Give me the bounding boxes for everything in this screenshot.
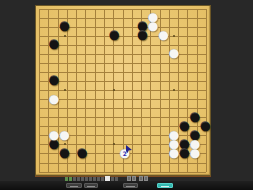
black-stone: ● [77,149,87,158]
black-stone: ● [137,31,147,40]
black-stone: ● [190,113,200,122]
star-point [109,86,119,95]
white-stone: ● [169,49,179,58]
slider-segment[interactable] [73,177,76,181]
slider-segment[interactable] [89,177,92,181]
white-stone: ● [49,131,59,140]
black-stone: ● [179,122,189,131]
star-point [169,86,179,95]
white-stone: ● [148,22,158,31]
white-stone: ● [59,131,69,140]
black-stone: ● [59,22,69,31]
app-background: ●●●●●●●●●●●●●●●●●●●●●●●2●●●●● [0,0,253,190]
star-point [59,86,69,95]
slider-segment[interactable] [69,177,72,181]
star-point [109,140,119,149]
toolbar-button-3[interactable] [123,183,138,188]
star-point [169,31,179,40]
primary-action-button[interactable] [157,183,173,188]
black-stone: ● [179,149,189,158]
slider-segment[interactable] [111,177,114,181]
slider-segment[interactable] [93,177,96,181]
slider-segment[interactable] [81,177,84,181]
black-stone: ● [49,76,59,85]
slider-segment[interactable] [85,177,88,181]
slider-segment[interactable] [77,177,80,181]
toolbar-button-2[interactable] [84,183,98,188]
slider-segment[interactable] [65,177,68,181]
black-stone: ● [59,149,69,158]
slider-segment[interactable] [101,177,104,181]
white-stone: ● [49,95,59,104]
white-stone: ● [190,149,200,158]
white-stone: ● [169,149,179,158]
black-stone: ● [109,31,119,40]
black-stone: ● [49,40,59,49]
toolbar-button-1[interactable] [66,183,82,188]
black-stone: ● [200,122,210,131]
stone-grid: ●●●●●●●●●●●●●●●●●●●●●●●2●●●●● [34,4,210,176]
slider-segment[interactable] [97,177,100,181]
white-stone: ● [158,31,168,40]
go-board[interactable]: ●●●●●●●●●●●●●●●●●●●●●●●2●●●●● [35,5,211,176]
toolbar [0,181,253,190]
slider-segment[interactable] [115,177,118,181]
